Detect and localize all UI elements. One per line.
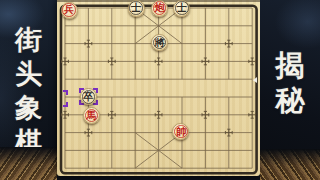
banner-char: 头 — [15, 60, 42, 87]
xiangqi-board[interactable]: 兵士炮士將卒馬帥 — [57, 0, 260, 176]
piece-red-file1-rank1[interactable]: 兵 — [61, 2, 78, 19]
piece-red-file5-rank1[interactable]: 炮 — [151, 0, 168, 17]
marker-corner — [63, 90, 68, 95]
piece-red-file2-rank7[interactable]: 馬 — [83, 107, 100, 124]
piece-red-file6-rank8[interactable]: 帥 — [172, 123, 189, 140]
marker-corner — [63, 102, 68, 107]
last-move-from-marker — [57, 90, 68, 107]
piece-black-file5-rank3[interactable]: 將 — [151, 34, 168, 51]
right-banner-text: 揭秘 — [260, 51, 320, 115]
piece-black-file4-rank1[interactable]: 士 — [128, 0, 145, 17]
left-banner-text: 街头象棋 — [0, 26, 57, 155]
wood-table-left — [0, 147, 57, 180]
wood-table-right — [260, 149, 320, 180]
piece-black-file2-rank6[interactable]: 卒 — [80, 88, 97, 105]
banner-char: 街 — [15, 26, 42, 53]
board-intersections: 兵士炮士將卒馬帥 — [57, 0, 260, 176]
banner-char: 秘 — [276, 86, 305, 115]
left-banner: 街头象棋 — [0, 0, 57, 180]
banner-char: 象 — [15, 94, 42, 121]
piece-black-file6-rank1[interactable]: 士 — [173, 0, 190, 17]
video-frame: 街头象棋 兵士炮士將卒馬帥 揭秘 — [0, 0, 320, 180]
right-banner: 揭秘 — [260, 0, 320, 180]
banner-char: 揭 — [276, 51, 305, 80]
